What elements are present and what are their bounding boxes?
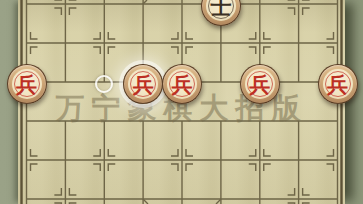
last-move-origin-marker [95, 75, 113, 93]
piece-engraved-ring [169, 71, 195, 97]
piece-engraved-ring [247, 71, 273, 97]
piece-red-soldier-file4-selected[interactable]: 兵 [123, 64, 163, 104]
piece-face: 士 [206, 0, 236, 21]
piece-face: 兵 [128, 69, 158, 99]
game-screen: 万宁象棋大招版 士 兵 兵 兵 [0, 0, 363, 204]
piece-face: 兵 [12, 69, 42, 99]
piece-red-soldier-file5[interactable]: 兵 [162, 64, 202, 104]
piece-face: 兵 [323, 69, 353, 99]
piece-red-soldier-file7[interactable]: 兵 [240, 64, 280, 104]
piece-face: 兵 [167, 69, 197, 99]
piece-red-soldier-file1[interactable]: 兵 [7, 64, 47, 104]
piece-engraved-ring [14, 71, 40, 97]
xiangqi-board[interactable]: 万宁象棋大招版 士 兵 兵 兵 [18, 0, 345, 204]
piece-engraved-ring [130, 71, 156, 97]
piece-red-soldier-file9[interactable]: 兵 [318, 64, 358, 104]
piece-engraved-ring [325, 71, 351, 97]
piece-face: 兵 [245, 69, 275, 99]
